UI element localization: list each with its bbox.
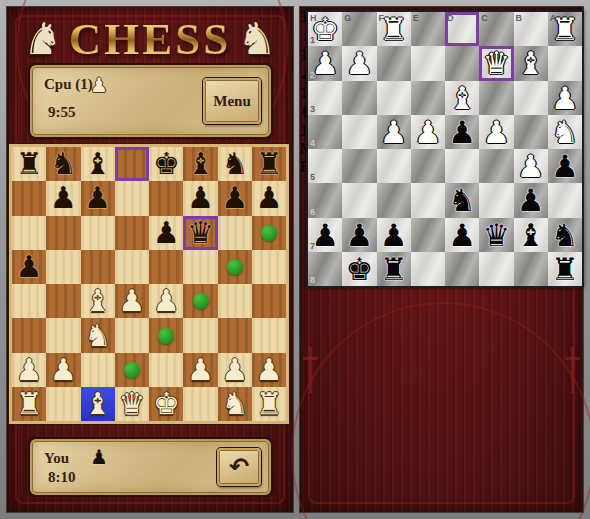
app-title: CHESS xyxy=(69,15,232,63)
file-label: D xyxy=(447,13,454,23)
square-d8[interactable] xyxy=(445,252,479,286)
square-e5[interactable] xyxy=(149,250,183,284)
square-h7[interactable]: ♟ xyxy=(252,181,286,215)
square-h4[interactable]: 4 xyxy=(308,115,342,149)
square-e7[interactable] xyxy=(411,218,445,252)
square-c4[interactable]: ♝ xyxy=(81,284,115,318)
menu-button[interactable]: Menu xyxy=(203,78,261,124)
square-a3[interactable] xyxy=(12,318,46,352)
black-pawn-b6: ♟ xyxy=(517,183,545,217)
white-rook-h1: ♜ xyxy=(256,387,283,421)
undo-button[interactable]: ↶ xyxy=(217,448,261,486)
black-pawn-c7: ♟ xyxy=(84,181,111,215)
legal-move-dot xyxy=(124,362,140,378)
rank-label: 3 xyxy=(310,104,315,114)
move-navigation xyxy=(314,294,358,454)
decorative-fleur-left xyxy=(309,347,312,393)
white-bishop-d3: ♝ xyxy=(448,81,476,115)
square-e8[interactable] xyxy=(411,252,445,286)
square-g2[interactable]: ♟ xyxy=(218,353,252,387)
review-board-frame: H1♚GF♜EDCBA♜2♟♟♛♝3♝♟4♟♟♟♟♞5♟♟6♞♟7♟♟♟♟♛♝♞… xyxy=(306,10,584,288)
white-pawn-b2: ♟ xyxy=(50,353,77,387)
title-bar: ♞ CHESS ♞ xyxy=(7,13,293,65)
black-pawn-b7: ♟ xyxy=(50,181,77,215)
square-b3[interactable] xyxy=(46,318,80,352)
square-b3[interactable] xyxy=(514,81,548,115)
white-queen-c2: ♛ xyxy=(482,46,510,80)
square-b8[interactable]: ♞ xyxy=(46,147,80,181)
black-knight-g8: ♞ xyxy=(221,147,248,181)
square-a1[interactable]: ♜ xyxy=(12,387,46,421)
file-label: C xyxy=(481,13,488,23)
rank-label: 8 xyxy=(310,275,315,285)
rank-label: 4 xyxy=(310,138,315,148)
square-g8[interactable]: ♚ xyxy=(342,252,376,286)
black-rook-a8: ♜ xyxy=(551,252,579,286)
black-king-g8: ♚ xyxy=(345,252,373,286)
square-g5[interactable] xyxy=(218,250,252,284)
square-d4[interactable]: ♟ xyxy=(445,115,479,149)
square-b8[interactable] xyxy=(514,252,548,286)
knight-logo-left-icon: ♞ xyxy=(23,16,62,62)
square-h8[interactable]: ♜ xyxy=(252,147,286,181)
square-a7[interactable]: ♞ xyxy=(548,218,582,252)
file-label: E xyxy=(413,13,419,23)
legal-move-dot xyxy=(261,225,277,241)
square-g2[interactable]: ♟ xyxy=(342,46,376,80)
file-label: B xyxy=(516,13,523,23)
square-d3[interactable] xyxy=(115,318,149,352)
black-rook-f8: ♜ xyxy=(380,252,408,286)
rank-label: 2 xyxy=(310,70,315,80)
player-name: You xyxy=(44,450,69,467)
square-c1[interactable]: ♝ xyxy=(81,387,115,421)
white-pawn-c4: ♟ xyxy=(482,115,510,149)
black-pawn-a5: ♟ xyxy=(16,250,43,284)
black-pawn-a5: ♟ xyxy=(551,149,579,183)
black-pawn-icon: ♟ xyxy=(90,446,108,468)
black-knight-d6: ♞ xyxy=(448,183,476,217)
legal-move-dot xyxy=(227,259,243,275)
square-a7[interactable] xyxy=(12,181,46,215)
square-c3[interactable] xyxy=(479,81,513,115)
square-a2[interactable] xyxy=(548,46,582,80)
square-e7[interactable] xyxy=(149,181,183,215)
square-f6[interactable] xyxy=(377,183,411,217)
square-c7[interactable]: ♛ xyxy=(479,218,513,252)
square-f4[interactable] xyxy=(183,284,217,318)
square-a4[interactable] xyxy=(12,284,46,318)
square-a4[interactable]: ♞ xyxy=(548,115,582,149)
black-queen-f6: ♛ xyxy=(187,216,214,250)
white-bishop-c4: ♝ xyxy=(84,284,111,318)
white-pawn-a3: ♟ xyxy=(551,81,579,115)
square-h5[interactable]: 5 xyxy=(308,149,342,183)
white-pawn-e4: ♟ xyxy=(414,115,442,149)
white-pawn-b5: ♟ xyxy=(517,149,545,183)
square-f5[interactable] xyxy=(183,250,217,284)
square-g1[interactable]: ♞ xyxy=(218,387,252,421)
square-b7[interactable]: ♝ xyxy=(514,218,548,252)
rank-label: 7 xyxy=(310,241,315,251)
square-h3[interactable] xyxy=(252,318,286,352)
square-h6[interactable]: 6 xyxy=(308,183,342,217)
square-c7[interactable]: ♟ xyxy=(81,181,115,215)
square-c8[interactable] xyxy=(479,252,513,286)
square-e2[interactable] xyxy=(149,353,183,387)
legal-move-dot xyxy=(158,328,174,344)
square-h7[interactable]: 7♟ xyxy=(308,218,342,252)
square-a2[interactable]: ♟ xyxy=(12,353,46,387)
black-king-e8: ♚ xyxy=(153,147,180,181)
white-pawn-f4: ♟ xyxy=(380,115,408,149)
square-c3[interactable]: ♞ xyxy=(81,318,115,352)
square-f5[interactable] xyxy=(377,149,411,183)
game-screen-panel: ♞ CHESS ♞ Cpu (1) ♟ 9:55 Menu ♜♞♝♚♝♞♜♟♟♟… xyxy=(7,7,293,512)
square-c5[interactable] xyxy=(81,250,115,284)
square-b4[interactable] xyxy=(514,115,548,149)
square-c6[interactable] xyxy=(479,183,513,217)
square-f3[interactable] xyxy=(183,318,217,352)
square-a3[interactable]: ♟ xyxy=(548,81,582,115)
square-b1[interactable]: B xyxy=(514,12,548,46)
white-pawn-h2: ♟ xyxy=(256,353,283,387)
black-bishop-b7: ♝ xyxy=(517,218,545,252)
square-b1[interactable] xyxy=(46,387,80,421)
square-a8[interactable]: ♜ xyxy=(12,147,46,181)
square-e4[interactable]: ♟ xyxy=(411,115,445,149)
square-d5[interactable] xyxy=(445,149,479,183)
square-f7[interactable]: ♟ xyxy=(183,181,217,215)
square-e6[interactable] xyxy=(411,183,445,217)
white-pawn-icon: ♟ xyxy=(90,74,108,96)
rank-label: 5 xyxy=(310,172,315,182)
square-c2[interactable]: ♛ xyxy=(479,46,513,80)
square-c4[interactable]: ♟ xyxy=(479,115,513,149)
square-a8[interactable]: ♜ xyxy=(548,252,582,286)
black-pawn-e6: ♟ xyxy=(153,216,180,250)
legal-move-dot xyxy=(193,293,209,309)
rank-label: 6 xyxy=(310,207,315,217)
file-label: F xyxy=(379,13,385,23)
square-e6[interactable]: ♟ xyxy=(149,216,183,250)
square-g6[interactable] xyxy=(342,183,376,217)
square-d1[interactable]: D xyxy=(445,12,479,46)
go-last-button[interactable] xyxy=(317,446,355,454)
white-pawn-h2: ♟ xyxy=(311,46,339,80)
square-c1[interactable]: C xyxy=(479,12,513,46)
black-knight-a7: ♞ xyxy=(551,218,579,252)
black-pawn-d4: ♟ xyxy=(448,115,476,149)
square-d7[interactable] xyxy=(115,181,149,215)
white-pawn-g2: ♟ xyxy=(221,353,248,387)
square-f3[interactable] xyxy=(377,81,411,115)
square-g5[interactable] xyxy=(342,149,376,183)
square-d6[interactable]: ♞ xyxy=(445,183,479,217)
square-f4[interactable]: ♟ xyxy=(377,115,411,149)
black-pawn-f7: ♟ xyxy=(380,218,408,252)
square-b7[interactable]: ♟ xyxy=(46,181,80,215)
white-bishop-b2: ♝ xyxy=(517,46,545,80)
white-knight-a4: ♞ xyxy=(551,115,579,149)
square-b5[interactable] xyxy=(46,250,80,284)
square-e3[interactable] xyxy=(149,318,183,352)
white-queen-d1: ♛ xyxy=(119,387,146,421)
white-pawn-g2: ♟ xyxy=(345,46,373,80)
black-pawn-g7: ♟ xyxy=(345,218,373,252)
square-e2[interactable] xyxy=(411,46,445,80)
knight-logo-right-icon: ♞ xyxy=(237,16,276,62)
black-bishop-c8: ♝ xyxy=(84,147,111,181)
square-h6[interactable] xyxy=(252,216,286,250)
square-b5[interactable]: ♟ xyxy=(514,149,548,183)
square-f2[interactable] xyxy=(377,46,411,80)
opponent-bar: Cpu (1) ♟ 9:55 Menu xyxy=(30,65,271,137)
white-pawn-f2: ♟ xyxy=(187,353,214,387)
square-e5[interactable] xyxy=(411,149,445,183)
square-d3[interactable]: ♝ xyxy=(445,81,479,115)
file-label: G xyxy=(344,13,351,23)
square-b2[interactable]: ♟ xyxy=(46,353,80,387)
black-knight-b8: ♞ xyxy=(50,147,77,181)
black-pawn-g7: ♟ xyxy=(221,181,248,215)
white-king-e1: ♚ xyxy=(153,387,180,421)
black-pawn-h7: ♟ xyxy=(311,218,339,252)
square-a6[interactable] xyxy=(12,216,46,250)
square-f1[interactable] xyxy=(183,387,217,421)
square-d2[interactable] xyxy=(445,46,479,80)
square-d8[interactable] xyxy=(115,147,149,181)
rank-label: 1 xyxy=(310,35,315,45)
square-c8[interactable]: ♝ xyxy=(81,147,115,181)
square-f8[interactable]: ♝ xyxy=(183,147,217,181)
square-f7[interactable]: ♟ xyxy=(377,218,411,252)
square-h2[interactable]: ♟ xyxy=(252,353,286,387)
square-a6[interactable] xyxy=(548,183,582,217)
review-chess-board: H1♚GF♜EDCBA♜2♟♟♛♝3♝♟4♟♟♟♟♞5♟♟6♞♟7♟♟♟♟♛♝♞… xyxy=(308,12,582,286)
square-f2[interactable]: ♟ xyxy=(183,353,217,387)
opponent-name: Cpu (1) xyxy=(44,76,93,93)
square-f6[interactable]: ♛ xyxy=(183,216,217,250)
white-bishop-c1: ♝ xyxy=(84,387,111,421)
square-e1[interactable]: ♚ xyxy=(149,387,183,421)
black-pawn-d7: ♟ xyxy=(448,218,476,252)
square-g1[interactable]: G xyxy=(342,12,376,46)
go-first-button[interactable] xyxy=(317,294,355,302)
square-e3[interactable] xyxy=(411,81,445,115)
square-f8[interactable]: ♜ xyxy=(377,252,411,286)
white-knight-g1: ♞ xyxy=(221,387,248,421)
square-e4[interactable]: ♟ xyxy=(149,284,183,318)
square-g8[interactable]: ♞ xyxy=(218,147,252,181)
square-b2[interactable]: ♝ xyxy=(514,46,548,80)
live-chess-board: ♜♞♝♚♝♞♜♟♟♟♟♟♟♛♟♝♟♟♞♟♟♟♟♟♜♝♛♚♞♜ xyxy=(12,147,286,421)
white-pawn-d4: ♟ xyxy=(119,284,146,318)
square-b6[interactable] xyxy=(46,216,80,250)
square-d6[interactable] xyxy=(115,216,149,250)
square-d2[interactable] xyxy=(115,353,149,387)
black-queen-c7: ♛ xyxy=(482,218,510,252)
black-rook-a8: ♜ xyxy=(16,147,43,181)
square-g3[interactable] xyxy=(342,81,376,115)
player-bar: You ♟ 8:10 ↶ xyxy=(30,439,271,495)
square-h3[interactable]: 3 xyxy=(308,81,342,115)
white-pawn-a2: ♟ xyxy=(16,353,43,387)
square-g4[interactable] xyxy=(342,115,376,149)
square-c5[interactable] xyxy=(479,149,513,183)
decorative-fleur-right xyxy=(571,347,574,393)
square-h1[interactable]: ♜ xyxy=(252,387,286,421)
square-c6[interactable] xyxy=(81,216,115,250)
square-g7[interactable]: ♟ xyxy=(342,218,376,252)
square-c2[interactable] xyxy=(81,353,115,387)
square-g7[interactable]: ♟ xyxy=(218,181,252,215)
first-bar-icon xyxy=(317,294,355,300)
black-pawn-f7: ♟ xyxy=(187,181,214,215)
square-h8[interactable]: 8 xyxy=(308,252,342,286)
file-label: A xyxy=(550,13,557,23)
square-d7[interactable]: ♟ xyxy=(445,218,479,252)
review-screen-panel: H1♚GF♜EDCBA♜2♟♟♛♝3♝♟4♟♟♟♟♞5♟♟6♞♟7♟♟♟♟♛♝♞… xyxy=(300,7,583,512)
square-d1[interactable]: ♛ xyxy=(115,387,149,421)
white-pawn-e4: ♟ xyxy=(153,284,180,318)
square-h1[interactable]: H1♚ xyxy=(308,12,342,46)
square-a1[interactable]: A♜ xyxy=(548,12,582,46)
square-d4[interactable]: ♟ xyxy=(115,284,149,318)
white-rook-a1: ♜ xyxy=(16,387,43,421)
square-g6[interactable] xyxy=(218,216,252,250)
square-f1[interactable]: F♜ xyxy=(377,12,411,46)
square-b4[interactable] xyxy=(46,284,80,318)
live-board-frame: ♜♞♝♚♝♞♜♟♟♟♟♟♟♛♟♝♟♟♞♟♟♟♟♟♜♝♛♚♞♜ xyxy=(9,144,289,424)
opponent-clock: 9:55 xyxy=(48,104,76,121)
white-knight-c3: ♞ xyxy=(84,319,111,353)
square-h5[interactable] xyxy=(252,250,286,284)
player-clock: 8:10 xyxy=(48,469,76,486)
last-bar-icon xyxy=(317,448,355,454)
square-g4[interactable] xyxy=(218,284,252,318)
square-g3[interactable] xyxy=(218,318,252,352)
file-label: H xyxy=(310,13,317,23)
square-a5[interactable]: ♟ xyxy=(548,149,582,183)
square-b6[interactable]: ♟ xyxy=(514,183,548,217)
square-e8[interactable]: ♚ xyxy=(149,147,183,181)
square-h4[interactable] xyxy=(252,284,286,318)
square-d5[interactable] xyxy=(115,250,149,284)
square-a5[interactable]: ♟ xyxy=(12,250,46,284)
square-h2[interactable]: 2♟ xyxy=(308,46,342,80)
square-e1[interactable]: E xyxy=(411,12,445,46)
black-bishop-f8: ♝ xyxy=(187,147,214,181)
black-rook-h8: ♜ xyxy=(256,147,283,181)
black-pawn-h7: ♟ xyxy=(256,181,283,215)
